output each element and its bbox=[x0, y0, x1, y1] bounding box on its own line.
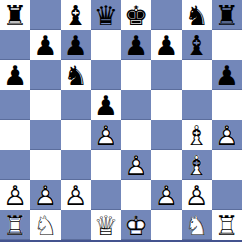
piece-white-pawn-fill: ♟ bbox=[91, 120, 121, 150]
square-e2[interactable] bbox=[121, 180, 151, 210]
piece-white-rook-fill: ♜ bbox=[212, 210, 242, 240]
square-d2[interactable] bbox=[91, 180, 121, 210]
piece-white-pawn-fill: ♟ bbox=[61, 180, 91, 210]
piece-white-rook: ♖ bbox=[0, 210, 30, 240]
piece-white-pawn: ♙ bbox=[212, 120, 242, 150]
piece-white-pawn-fill: ♟ bbox=[212, 120, 242, 150]
square-h6[interactable]: ♟ bbox=[212, 60, 242, 90]
square-a2[interactable]: ♟♙ bbox=[0, 180, 30, 210]
square-e6[interactable] bbox=[121, 60, 151, 90]
square-h8[interactable]: ♜ bbox=[212, 0, 242, 30]
piece-white-king: ♔ bbox=[121, 210, 151, 240]
square-a4[interactable] bbox=[0, 120, 30, 150]
piece-white-pawn-fill: ♟ bbox=[151, 180, 181, 210]
square-b8[interactable] bbox=[30, 0, 60, 30]
square-h7[interactable] bbox=[212, 30, 242, 60]
piece-white-pawn: ♙ bbox=[30, 180, 60, 210]
piece-black-knight: ♞ bbox=[61, 60, 91, 90]
square-d1[interactable]: ♛♕ bbox=[91, 210, 121, 240]
square-g7[interactable]: ♝ bbox=[182, 30, 212, 60]
square-a5[interactable] bbox=[0, 90, 30, 120]
piece-black-pawn: ♟ bbox=[30, 30, 60, 60]
square-f5[interactable] bbox=[151, 90, 181, 120]
piece-white-pawn: ♙ bbox=[61, 180, 91, 210]
piece-black-rook: ♜ bbox=[0, 0, 30, 30]
square-a6[interactable]: ♟ bbox=[0, 60, 30, 90]
square-f7[interactable]: ♟ bbox=[151, 30, 181, 60]
piece-white-pawn: ♙ bbox=[0, 180, 30, 210]
piece-black-knight: ♞ bbox=[182, 0, 212, 30]
square-c5[interactable] bbox=[61, 90, 91, 120]
square-h5[interactable] bbox=[212, 90, 242, 120]
square-c6[interactable]: ♞ bbox=[61, 60, 91, 90]
square-c3[interactable] bbox=[61, 150, 91, 180]
piece-black-pawn: ♟ bbox=[121, 30, 151, 60]
piece-black-pawn: ♟ bbox=[151, 30, 181, 60]
square-h3[interactable] bbox=[212, 150, 242, 180]
piece-black-pawn: ♟ bbox=[91, 90, 121, 120]
square-g3[interactable]: ♝♗ bbox=[182, 150, 212, 180]
square-b2[interactable]: ♟♙ bbox=[30, 180, 60, 210]
square-e8[interactable]: ♚ bbox=[121, 0, 151, 30]
square-d6[interactable] bbox=[91, 60, 121, 90]
square-e5[interactable] bbox=[121, 90, 151, 120]
square-b1[interactable]: ♞♘ bbox=[30, 210, 60, 240]
piece-white-knight-fill: ♞ bbox=[30, 210, 60, 240]
piece-black-king: ♚ bbox=[121, 0, 151, 30]
square-f4[interactable] bbox=[151, 120, 181, 150]
piece-black-queen: ♛ bbox=[91, 0, 121, 30]
square-d7[interactable] bbox=[91, 30, 121, 60]
square-b5[interactable] bbox=[30, 90, 60, 120]
piece-white-rook-fill: ♜ bbox=[0, 210, 30, 240]
square-b6[interactable] bbox=[30, 60, 60, 90]
piece-black-rook: ♜ bbox=[212, 0, 242, 30]
piece-white-pawn-fill: ♟ bbox=[121, 150, 151, 180]
square-c8[interactable]: ♝ bbox=[61, 0, 91, 30]
square-a1[interactable]: ♜♖ bbox=[0, 210, 30, 240]
square-g4[interactable]: ♝♗ bbox=[182, 120, 212, 150]
piece-white-rook: ♖ bbox=[212, 210, 242, 240]
square-g6[interactable] bbox=[182, 60, 212, 90]
piece-black-bishop: ♝ bbox=[61, 0, 91, 30]
square-g8[interactable]: ♞ bbox=[182, 0, 212, 30]
piece-white-king-fill: ♚ bbox=[121, 210, 151, 240]
square-b7[interactable]: ♟ bbox=[30, 30, 60, 60]
piece-white-pawn: ♙ bbox=[151, 180, 181, 210]
square-a8[interactable]: ♜ bbox=[0, 0, 30, 30]
piece-white-bishop-fill: ♝ bbox=[182, 150, 212, 180]
square-c7[interactable]: ♟ bbox=[61, 30, 91, 60]
square-e4[interactable] bbox=[121, 120, 151, 150]
square-f8[interactable] bbox=[151, 0, 181, 30]
square-d8[interactable]: ♛ bbox=[91, 0, 121, 30]
square-d5[interactable]: ♟ bbox=[91, 90, 121, 120]
square-e3[interactable]: ♟♙ bbox=[121, 150, 151, 180]
square-c1[interactable] bbox=[61, 210, 91, 240]
piece-white-bishop: ♗ bbox=[182, 150, 212, 180]
square-a3[interactable] bbox=[0, 150, 30, 180]
square-b3[interactable] bbox=[30, 150, 60, 180]
square-e7[interactable]: ♟ bbox=[121, 30, 151, 60]
square-f1[interactable] bbox=[151, 210, 181, 240]
chess-board: ♜♝♛♚♞♜♟♟♟♟♝♟♞♟♟♟♙♝♗♟♙♟♙♝♗♟♙♟♙♟♙♟♙♟♙♜♖♞♘♛… bbox=[0, 0, 242, 242]
square-g5[interactable] bbox=[182, 90, 212, 120]
piece-white-pawn-fill: ♟ bbox=[0, 180, 30, 210]
square-b4[interactable] bbox=[30, 120, 60, 150]
piece-white-bishop-fill: ♝ bbox=[182, 120, 212, 150]
piece-black-pawn: ♟ bbox=[212, 60, 242, 90]
piece-white-pawn: ♙ bbox=[91, 120, 121, 150]
piece-black-pawn: ♟ bbox=[0, 60, 30, 90]
square-g1[interactable]: ♞♘ bbox=[182, 210, 212, 240]
square-f6[interactable] bbox=[151, 60, 181, 90]
piece-white-pawn: ♙ bbox=[182, 180, 212, 210]
square-a7[interactable] bbox=[0, 30, 30, 60]
piece-white-knight-fill: ♞ bbox=[182, 210, 212, 240]
piece-white-bishop: ♗ bbox=[182, 120, 212, 150]
square-d4[interactable]: ♟♙ bbox=[91, 120, 121, 150]
square-h4[interactable]: ♟♙ bbox=[212, 120, 242, 150]
square-f2[interactable]: ♟♙ bbox=[151, 180, 181, 210]
piece-white-pawn: ♙ bbox=[121, 150, 151, 180]
piece-white-pawn-fill: ♟ bbox=[182, 180, 212, 210]
piece-white-queen: ♕ bbox=[91, 210, 121, 240]
square-c2[interactable]: ♟♙ bbox=[61, 180, 91, 210]
square-h1[interactable]: ♜♖ bbox=[212, 210, 242, 240]
piece-white-pawn-fill: ♟ bbox=[30, 180, 60, 210]
piece-black-bishop: ♝ bbox=[182, 30, 212, 60]
square-f3[interactable] bbox=[151, 150, 181, 180]
piece-white-knight: ♘ bbox=[30, 210, 60, 240]
square-g2[interactable]: ♟♙ bbox=[182, 180, 212, 210]
square-c4[interactable] bbox=[61, 120, 91, 150]
square-d3[interactable] bbox=[91, 150, 121, 180]
square-e1[interactable]: ♚♔ bbox=[121, 210, 151, 240]
piece-black-pawn: ♟ bbox=[61, 30, 91, 60]
piece-white-queen-fill: ♛ bbox=[91, 210, 121, 240]
piece-white-knight: ♘ bbox=[182, 210, 212, 240]
square-h2[interactable] bbox=[212, 180, 242, 210]
